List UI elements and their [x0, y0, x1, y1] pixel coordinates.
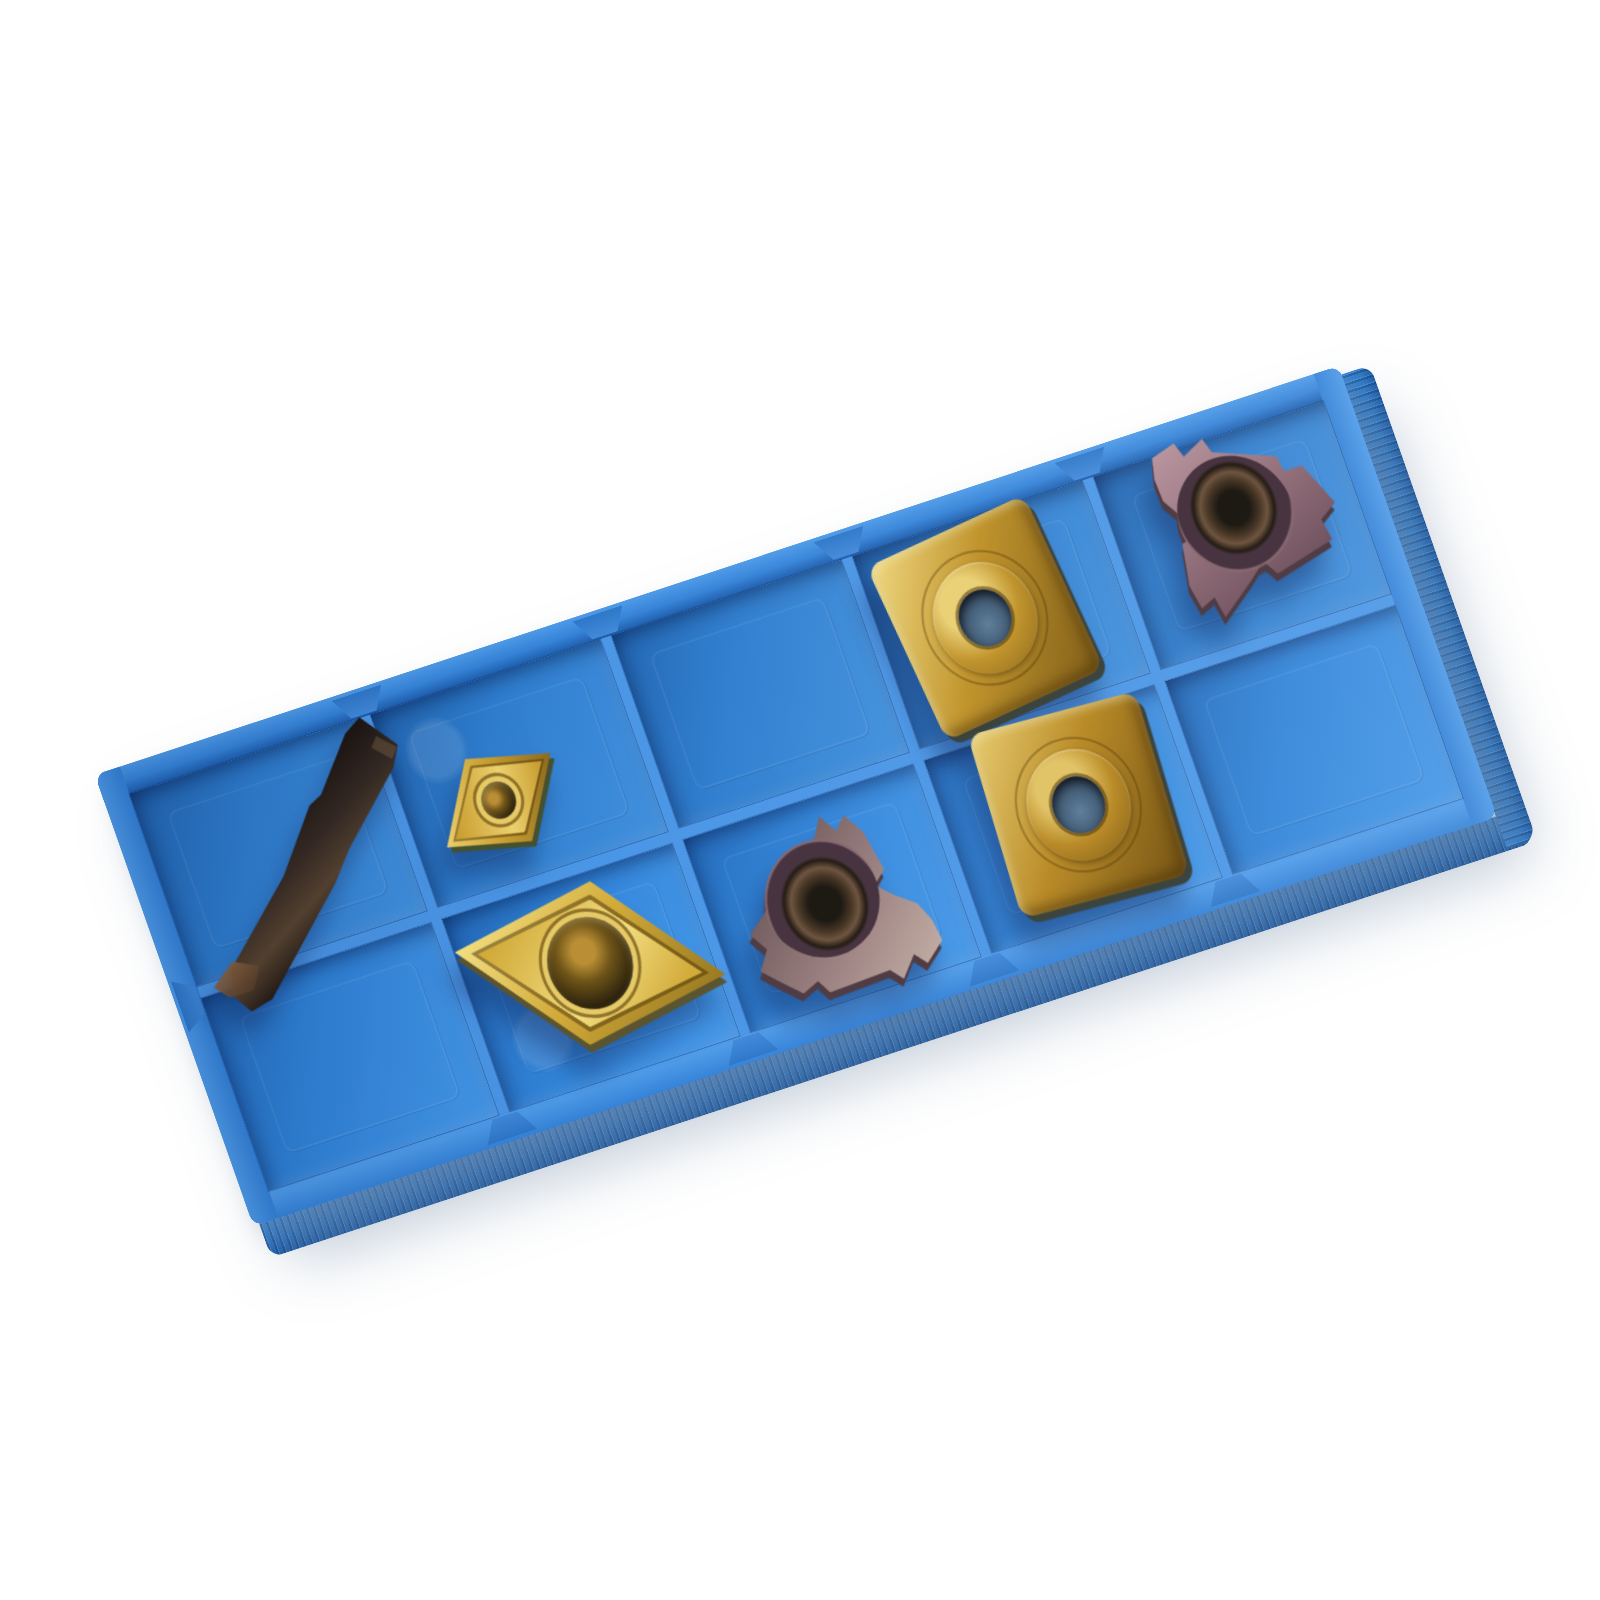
grooving-blade-insert: [223, 701, 393, 1031]
diamond-insert-large: [436, 843, 744, 1083]
square-insert-top: [871, 501, 1099, 736]
square-insert-bottom: [965, 688, 1193, 923]
inserts-layer: [95, 366, 1497, 1226]
insert-storage-tray: [95, 366, 1497, 1226]
diamond-insert-small: [415, 728, 582, 872]
product-photo: [0, 0, 1600, 1600]
threading-insert-bottom: [708, 771, 969, 1033]
threading-insert-top: [1108, 403, 1367, 662]
